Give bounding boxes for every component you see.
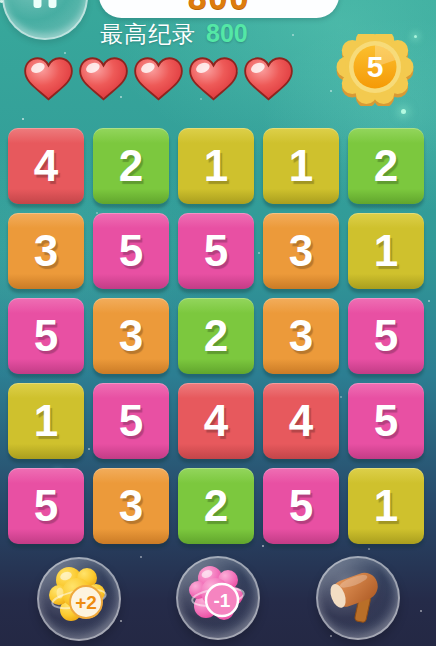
tile-r5c5[interactable]: 1: [348, 468, 424, 544]
tile-value: 4: [34, 141, 58, 191]
tile-value: 5: [34, 481, 58, 531]
tile-value: 3: [119, 481, 143, 531]
tile-value: 3: [289, 226, 313, 276]
tile-r3c5[interactable]: 5: [348, 298, 424, 374]
tile-r4c2[interactable]: 5: [93, 383, 169, 459]
best-score-label: 最高纪录: [100, 19, 196, 50]
life-heart-icon: [23, 56, 74, 103]
tile-value: 5: [374, 396, 398, 446]
board: 4211235531532351544553251: [8, 128, 424, 544]
tile-r4c1[interactable]: 1: [8, 383, 84, 459]
life-heart-icon: [78, 56, 129, 103]
best-score-value: 800: [206, 19, 248, 48]
tile-value: 2: [119, 141, 143, 191]
tile-r2c2[interactable]: 5: [93, 213, 169, 289]
tile-r5c2[interactable]: 3: [93, 468, 169, 544]
tile-value: 2: [204, 481, 228, 531]
hammer-icon: [326, 566, 388, 628]
tile-value: 3: [289, 311, 313, 361]
tile-value: 5: [119, 226, 143, 276]
tile-r3c1[interactable]: 5: [8, 298, 84, 374]
pause-icon: [34, 0, 57, 8]
life-heart-icon: [188, 56, 239, 103]
tile-value: 5: [374, 311, 398, 361]
minus-one-flower-icon: -1: [188, 564, 248, 624]
lives: [23, 56, 294, 103]
tile-r1c4[interactable]: 1: [263, 128, 339, 204]
tile-value: 3: [34, 226, 58, 276]
tile-value: 1: [289, 141, 313, 191]
tile-value: 4: [289, 396, 313, 446]
tile-value: 1: [374, 226, 398, 276]
tile-r1c1[interactable]: 4: [8, 128, 84, 204]
tile-value: 4: [204, 396, 228, 446]
tile-r1c5[interactable]: 2: [348, 128, 424, 204]
tile-r2c4[interactable]: 3: [263, 213, 339, 289]
plus-two-flower-icon: +2: [49, 565, 109, 625]
tile-r5c4[interactable]: 5: [263, 468, 339, 544]
level-medal: 5: [336, 34, 414, 106]
tile-value: 2: [204, 311, 228, 361]
tile-r1c2[interactable]: 2: [93, 128, 169, 204]
score-value: 800: [188, 0, 251, 17]
tile-value: 1: [204, 141, 228, 191]
tile-r1c3[interactable]: 1: [178, 128, 254, 204]
tile-value: 2: [374, 141, 398, 191]
tile-r4c3[interactable]: 4: [178, 383, 254, 459]
tile-r3c2[interactable]: 3: [93, 298, 169, 374]
tile-r2c5[interactable]: 1: [348, 213, 424, 289]
powerup-plus-two-button[interactable]: +2 999999: [37, 557, 121, 641]
tile-r5c1[interactable]: 5: [8, 468, 84, 544]
tile-r3c3[interactable]: 2: [178, 298, 254, 374]
life-heart-icon: [133, 56, 184, 103]
powerup-minus-one-button[interactable]: -1 999999: [176, 556, 260, 640]
tile-r4c5[interactable]: 5: [348, 383, 424, 459]
tile-r3c4[interactable]: 3: [263, 298, 339, 374]
tile-value: 5: [204, 226, 228, 276]
tile-value: 5: [34, 311, 58, 361]
tile-value: 5: [119, 396, 143, 446]
game-screen: 800 最高纪录 800: [0, 0, 436, 646]
score-panel: 800: [99, 0, 339, 18]
tile-value: 1: [34, 396, 58, 446]
best-score-row: 最高纪录 800: [100, 19, 248, 50]
tile-value: 3: [119, 311, 143, 361]
tile-r5c3[interactable]: 2: [178, 468, 254, 544]
tile-value: 5: [289, 481, 313, 531]
life-heart-icon: [243, 56, 294, 103]
tile-value: 1: [374, 481, 398, 531]
powerup-hammer-button[interactable]: 999999: [316, 556, 400, 640]
tile-r4c4[interactable]: 4: [263, 383, 339, 459]
plus-two-badge: +2: [75, 592, 97, 613]
pause-button[interactable]: [2, 0, 88, 40]
tile-r2c3[interactable]: 5: [178, 213, 254, 289]
medal-level-value: 5: [367, 50, 384, 83]
tile-r2c1[interactable]: 3: [8, 213, 84, 289]
minus-one-badge: -1: [214, 590, 231, 611]
